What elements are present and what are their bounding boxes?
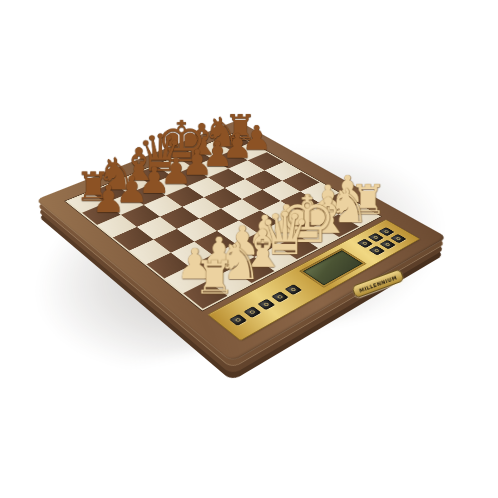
panel-right-key-6[interactable]	[390, 234, 406, 243]
product-photo: ♜♞♝♛♚♝♞♜♟♟♟♟♟♟♟♟♟♟♟♟♟♟♟♟♜♞♝♛♚♝♞♜ MILLENN…	[0, 0, 498, 498]
panel-right-key-4[interactable]	[368, 246, 385, 256]
round-key-icon	[372, 235, 378, 239]
round-key-icon	[395, 237, 401, 241]
panel-left-key-1[interactable]	[229, 314, 247, 326]
panel-left-key-3[interactable]	[257, 299, 275, 310]
round-key-icon	[373, 248, 379, 252]
round-key-icon	[234, 317, 241, 322]
round-key-icon	[276, 295, 283, 299]
panel-right-key-1[interactable]	[356, 238, 372, 247]
round-key-icon	[263, 302, 270, 306]
round-key-icon	[361, 241, 367, 245]
round-key-icon	[249, 310, 256, 314]
panel-right-key-2[interactable]	[367, 233, 383, 242]
panel-left-key-4[interactable]	[271, 291, 289, 302]
round-key-icon	[290, 287, 297, 291]
panel-right-key-5[interactable]	[379, 240, 395, 249]
key-group-right	[356, 227, 406, 255]
square-a1[interactable]: ♜	[183, 281, 227, 309]
black-pawn[interactable]: ♟	[81, 181, 136, 218]
round-key-icon	[384, 242, 390, 246]
panel-left-key-2[interactable]	[243, 306, 261, 318]
round-key-icon	[383, 230, 389, 233]
square-b5[interactable]	[137, 217, 177, 240]
panel-right-key-3[interactable]	[378, 227, 394, 236]
white-rook[interactable]: ♜	[183, 254, 245, 300]
panel-left-key-5[interactable]	[284, 284, 301, 295]
